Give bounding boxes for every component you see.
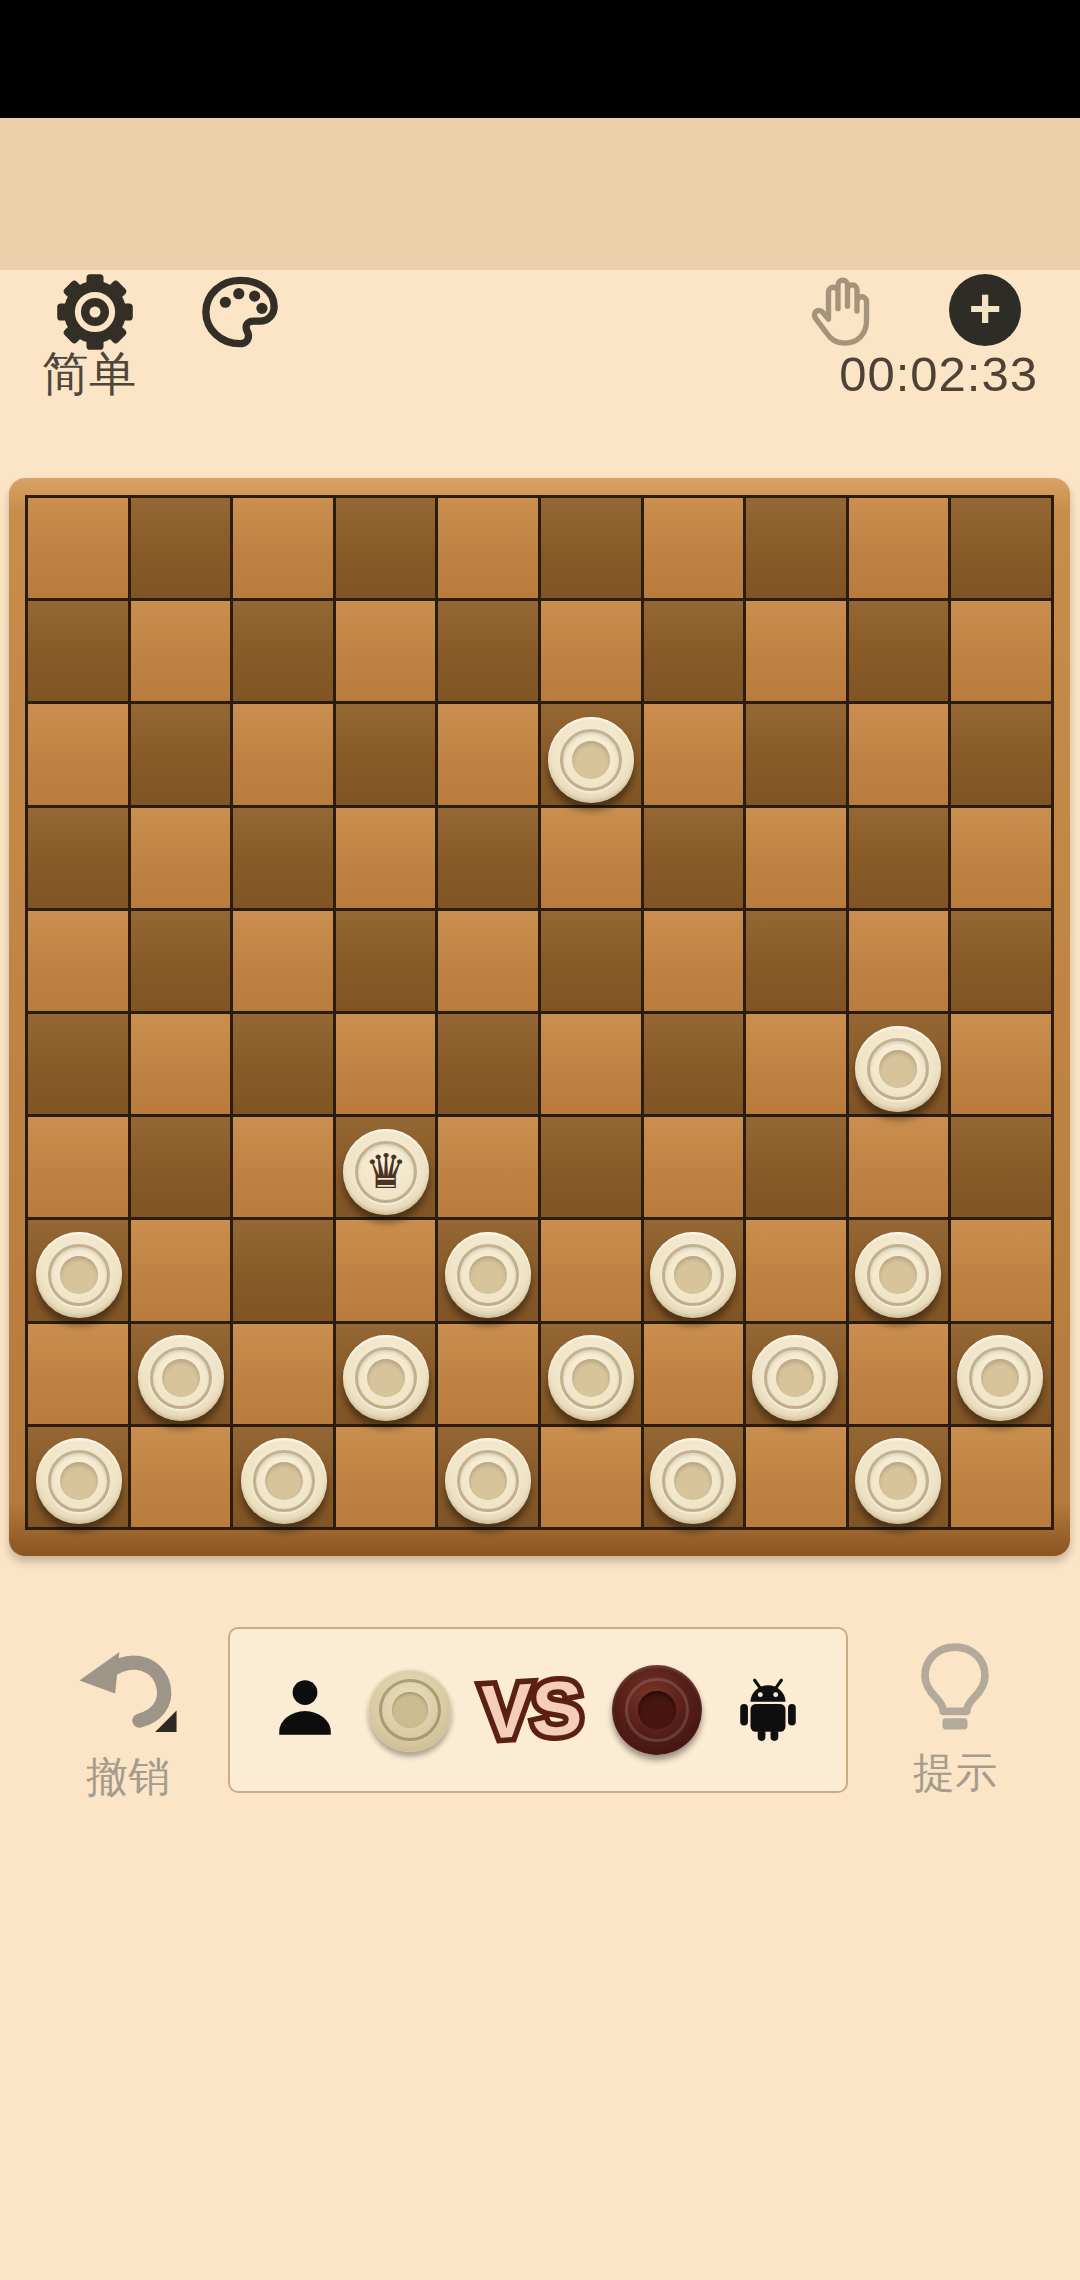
toolbar: +: [0, 118, 1080, 270]
board-square[interactable]: [28, 808, 128, 908]
board-square[interactable]: [746, 601, 846, 701]
board-square[interactable]: [28, 1014, 128, 1114]
board-square[interactable]: [438, 1014, 538, 1114]
android-robot-icon: [732, 1674, 804, 1746]
white-man[interactable]: [241, 1438, 327, 1524]
board-square[interactable]: [233, 808, 333, 908]
board-square[interactable]: [438, 601, 538, 701]
board-square[interactable]: [28, 1324, 128, 1424]
board-square[interactable]: [28, 498, 128, 598]
board-square[interactable]: [644, 1324, 744, 1424]
board-square[interactable]: [644, 808, 744, 908]
board-square[interactable]: [336, 601, 436, 701]
lightbulb-icon: [909, 1726, 1001, 1741]
board-square[interactable]: [951, 704, 1051, 804]
board-square[interactable]: [849, 498, 949, 598]
board-square[interactable]: [951, 1220, 1051, 1320]
board-square[interactable]: [541, 1427, 641, 1527]
white-king[interactable]: ♛: [343, 1129, 429, 1215]
board-square[interactable]: [644, 1014, 744, 1114]
board-square[interactable]: [849, 601, 949, 701]
info-row: 简单 00:02:33: [0, 270, 1080, 478]
board-square[interactable]: [746, 808, 846, 908]
board-square[interactable]: [336, 1427, 436, 1527]
white-man[interactable]: [138, 1335, 224, 1421]
board-square[interactable]: [541, 1014, 641, 1114]
board-square[interactable]: [233, 1324, 333, 1424]
king-crown-glyph: ♛: [365, 1147, 408, 1195]
board-square[interactable]: [849, 911, 949, 1011]
board-square[interactable]: [541, 911, 641, 1011]
board-square[interactable]: [233, 1220, 333, 1320]
board-square[interactable]: [541, 808, 641, 908]
white-player-piece: [368, 1668, 452, 1752]
white-man[interactable]: [855, 1026, 941, 1112]
board-square[interactable]: [644, 1117, 744, 1217]
board-square[interactable]: [233, 1117, 333, 1217]
white-man[interactable]: [36, 1438, 122, 1524]
board-square[interactable]: [541, 1117, 641, 1217]
hint-label: 提示: [885, 1745, 1025, 1801]
hint-button[interactable]: 提示: [885, 1640, 1025, 1801]
board-square[interactable]: [746, 704, 846, 804]
white-man[interactable]: [548, 1335, 634, 1421]
board-frame: ♛: [9, 478, 1070, 1556]
board-square[interactable]: [849, 1324, 949, 1424]
white-man[interactable]: [752, 1335, 838, 1421]
board-square[interactable]: [644, 498, 744, 598]
board-square[interactable]: [438, 911, 538, 1011]
undo-label: 撤销: [58, 1749, 198, 1805]
board-square[interactable]: [131, 1427, 231, 1527]
board-square[interactable]: [233, 911, 333, 1011]
board-square[interactable]: [541, 1220, 641, 1320]
status-bar: [0, 0, 1080, 118]
board-square[interactable]: [746, 911, 846, 1011]
board-square[interactable]: [644, 911, 744, 1011]
board-square[interactable]: [951, 1117, 1051, 1217]
black-player-piece: [612, 1665, 702, 1755]
board-square[interactable]: [849, 808, 949, 908]
board-square[interactable]: [131, 1220, 231, 1320]
white-man[interactable]: [343, 1335, 429, 1421]
board-square[interactable]: [541, 498, 641, 598]
board-grid: ♛: [25, 495, 1054, 1530]
white-man[interactable]: [36, 1232, 122, 1318]
white-man[interactable]: [957, 1335, 1043, 1421]
board-square[interactable]: [438, 498, 538, 598]
board-square[interactable]: [28, 704, 128, 804]
board-square[interactable]: [746, 1117, 846, 1217]
white-man[interactable]: [855, 1232, 941, 1318]
board-square[interactable]: [746, 1220, 846, 1320]
board-square[interactable]: [131, 1117, 231, 1217]
board-square[interactable]: [336, 1220, 436, 1320]
board-square[interactable]: [541, 601, 641, 701]
board-square[interactable]: [28, 911, 128, 1011]
board-square[interactable]: [131, 911, 231, 1011]
board-square[interactable]: [131, 1014, 231, 1114]
board-square[interactable]: [951, 601, 1051, 701]
undo-arrow-icon: [70, 1730, 186, 1745]
white-man[interactable]: [650, 1438, 736, 1524]
board-square[interactable]: [233, 1014, 333, 1114]
board-square[interactable]: [131, 498, 231, 598]
board-square[interactable]: [336, 704, 436, 804]
board-square[interactable]: [131, 808, 231, 908]
board-square[interactable]: [336, 498, 436, 598]
board-square[interactable]: [746, 1014, 846, 1114]
undo-button[interactable]: 撤销: [58, 1642, 198, 1805]
vs-label: VS VS: [481, 1669, 582, 1750]
board-square[interactable]: [951, 1014, 1051, 1114]
board-square[interactable]: [438, 704, 538, 804]
board-square[interactable]: [951, 1427, 1051, 1527]
board-square[interactable]: [233, 498, 333, 598]
board-square[interactable]: [336, 911, 436, 1011]
board-square[interactable]: [746, 1427, 846, 1527]
board-square[interactable]: [233, 601, 333, 701]
board-square[interactable]: [644, 601, 744, 701]
white-man[interactable]: [445, 1232, 531, 1318]
white-man[interactable]: [855, 1438, 941, 1524]
board-square[interactable]: [849, 704, 949, 804]
board-square[interactable]: [438, 1324, 538, 1424]
vs-panel: VS VS: [228, 1627, 848, 1793]
board-square[interactable]: [233, 704, 333, 804]
board-square[interactable]: [438, 808, 538, 908]
white-man[interactable]: [650, 1232, 736, 1318]
difficulty-label: 简单: [42, 343, 136, 406]
board-square[interactable]: [644, 704, 744, 804]
board-square[interactable]: [849, 1117, 949, 1217]
white-man[interactable]: [445, 1438, 531, 1524]
board-square[interactable]: [336, 1014, 436, 1114]
board-square[interactable]: [28, 1117, 128, 1217]
board-square[interactable]: [951, 911, 1051, 1011]
board-square[interactable]: [951, 498, 1051, 598]
person-icon: [272, 1675, 338, 1745]
board-square[interactable]: [438, 1117, 538, 1217]
board-square[interactable]: [131, 704, 231, 804]
game-timer: 00:02:33: [839, 346, 1038, 402]
board-square[interactable]: [131, 601, 231, 701]
white-man[interactable]: [548, 717, 634, 803]
board-square[interactable]: [28, 601, 128, 701]
board-square[interactable]: [746, 498, 846, 598]
board-square[interactable]: [951, 808, 1051, 908]
board-square[interactable]: [336, 808, 436, 908]
app-screen: + 简单 00:02:33 ♛ 撤销 VS VS: [0, 0, 1080, 2280]
